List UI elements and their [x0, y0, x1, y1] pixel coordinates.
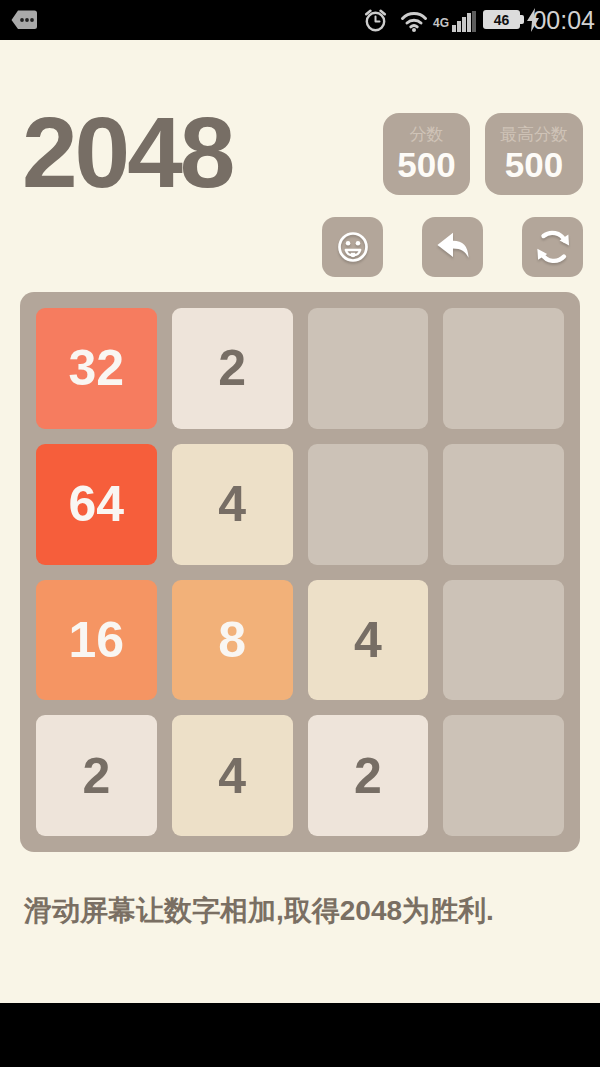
- tile-2: 2: [308, 715, 429, 836]
- instruction-text: 滑动屏幕让数字相加,取得2048为胜利.: [24, 892, 584, 930]
- empty-cell: [443, 715, 564, 836]
- tile-8: 8: [172, 580, 293, 701]
- clock-time: 00:04: [532, 6, 595, 35]
- board-grid[interactable]: 3226441684242: [20, 292, 580, 852]
- score-box: 分数 500: [383, 113, 470, 195]
- tile-4: 4: [172, 444, 293, 565]
- alarm-clock-icon: [363, 8, 388, 33]
- message-notification-icon: [11, 10, 38, 30]
- empty-cell: [443, 308, 564, 429]
- battery-indicator: 46: [483, 10, 520, 29]
- score-label: 分数: [410, 125, 444, 145]
- app-screen: 4G 46 00:04 2048 分数 500 最高分数 500: [0, 0, 600, 1067]
- empty-cell: [308, 308, 429, 429]
- tile-2: 2: [172, 308, 293, 429]
- page-title: 2048: [22, 102, 232, 202]
- undo-arrow-icon: [434, 230, 472, 264]
- tile-4: 4: [308, 580, 429, 701]
- empty-cell: [443, 580, 564, 701]
- emoji-button[interactable]: [322, 217, 383, 277]
- restart-button[interactable]: [522, 217, 583, 277]
- battery-percent: 46: [494, 12, 510, 28]
- empty-cell: [443, 444, 564, 565]
- tile-64: 64: [36, 444, 157, 565]
- status-bar[interactable]: 4G 46 00:04: [0, 0, 600, 40]
- undo-button[interactable]: [422, 217, 483, 277]
- score-value: 500: [397, 145, 455, 185]
- network-type-label: 4G: [433, 16, 449, 30]
- tile-32: 32: [36, 308, 157, 429]
- best-score-value: 500: [505, 145, 563, 185]
- signal-bars-icon: [452, 11, 478, 32]
- best-score-box: 最高分数 500: [485, 113, 583, 195]
- tile-4: 4: [172, 715, 293, 836]
- wifi-icon: [400, 11, 428, 32]
- android-nav-bar: [0, 1003, 600, 1067]
- emoji-face-icon: [335, 229, 371, 265]
- restart-cycle-icon: [534, 228, 572, 266]
- empty-cell: [308, 444, 429, 565]
- tile-2: 2: [36, 715, 157, 836]
- tile-16: 16: [36, 580, 157, 701]
- best-score-label: 最高分数: [500, 125, 568, 145]
